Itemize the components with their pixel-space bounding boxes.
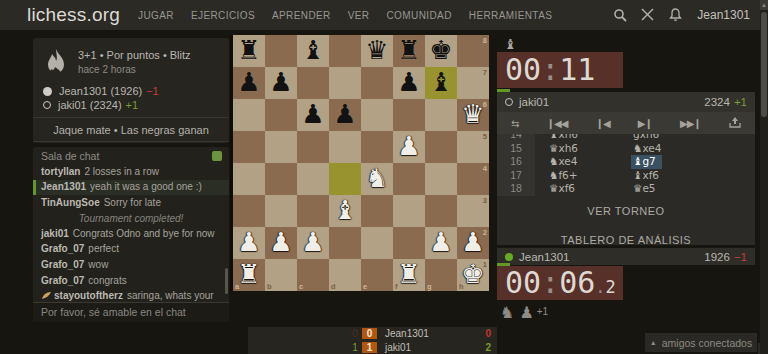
- square-d1[interactable]: d: [329, 259, 361, 291]
- crosstable-current-game[interactable]: 0: [362, 328, 377, 339]
- square-a3[interactable]: [233, 195, 265, 227]
- chat-text: 2 losses in a row: [84, 166, 158, 177]
- chat-text: wow: [88, 259, 108, 270]
- square-g3[interactable]: [425, 195, 457, 227]
- move-black[interactable]: ♞xe4: [627, 142, 755, 156]
- move-row: 17♞f6+♝xf6: [497, 169, 755, 183]
- black-player-link[interactable]: jaki01 (2324): [58, 99, 122, 111]
- captured-pieces-top: ♝: [504, 36, 517, 52]
- rank-label: 7: [483, 68, 487, 77]
- chat-message: Grafo_07wow: [33, 257, 229, 273]
- square-b3[interactable]: [265, 195, 297, 227]
- piece-black-queen: ♛: [361, 35, 393, 67]
- move-number: 14: [497, 134, 535, 142]
- move-row: 16♞xe4♝g7: [497, 155, 755, 169]
- chat-username[interactable]: stayoutoftherz: [54, 290, 123, 301]
- move-black[interactable]: gxh6: [627, 134, 755, 142]
- square-d4[interactable]: [329, 163, 361, 195]
- square-b5[interactable]: [265, 131, 297, 163]
- chat-input[interactable]: Por favor, sé amable en el chat: [33, 302, 229, 322]
- username-menu[interactable]: Jean1301: [697, 8, 750, 22]
- square-g5[interactable]: [425, 131, 457, 163]
- move-number: 16: [497, 155, 535, 169]
- file-label: g: [427, 282, 432, 291]
- move-white[interactable]: ♞f6+: [535, 169, 627, 183]
- flip-board-icon[interactable]: ⇆: [511, 118, 518, 129]
- square-a4[interactable]: [233, 163, 265, 195]
- game-result-text: Jaque mate • Las negras ganan: [33, 118, 229, 141]
- rank-label: 5: [483, 132, 487, 141]
- chat-scrollbar[interactable]: [225, 268, 228, 294]
- crosstable-prev-game[interactable]: 0: [348, 328, 362, 339]
- square-g4[interactable]: [425, 163, 457, 195]
- move-number: 15: [497, 142, 535, 156]
- piece-black-pawn: ♟: [393, 67, 425, 99]
- piece-white-pawn: ♟: [233, 227, 265, 259]
- nav-item-ver[interactable]: VER: [348, 10, 370, 21]
- square-e8[interactable]: ♛: [361, 35, 393, 67]
- square-f5[interactable]: ♟: [393, 131, 425, 163]
- chat-message: Grafo_07congrats: [33, 273, 229, 289]
- chat-username[interactable]: TinAungSoe: [41, 197, 100, 208]
- friends-online-label: amigos conectados: [662, 337, 752, 349]
- move-black[interactable]: ♝g7: [627, 155, 755, 169]
- white-color-icon: [43, 87, 52, 96]
- nav-right: Jean1301: [613, 0, 750, 30]
- crosstable-current-game[interactable]: 1: [362, 342, 377, 353]
- chat-system-message: Tournament completed!: [33, 211, 229, 226]
- crosstable-row: 11jaki012: [248, 341, 497, 354]
- black-rating-delta: +1: [126, 99, 139, 111]
- square-a1[interactable]: ♜a: [233, 259, 265, 291]
- piece-black-bishop: ♝: [425, 67, 457, 99]
- move-number: 17: [497, 169, 535, 183]
- square-e5[interactable]: [361, 131, 393, 163]
- square-d7[interactable]: [329, 67, 361, 99]
- rank-label: 4: [483, 164, 487, 173]
- game-time-ago: hace 2 horas: [78, 61, 191, 75]
- square-b1[interactable]: b: [265, 259, 297, 291]
- file-label: d: [331, 282, 336, 291]
- black-player-row: jaki01 (2324) +1: [43, 98, 219, 112]
- square-e4[interactable]: ♞: [361, 163, 393, 195]
- black-side-icon: [505, 98, 513, 106]
- square-h7[interactable]: 7: [457, 67, 489, 99]
- challenge-icon[interactable]: [641, 8, 655, 22]
- crosstable: 00Jean1301011jaki012: [248, 327, 497, 354]
- chat-username[interactable]: Jean1301: [41, 181, 86, 192]
- white-delta: −1: [734, 251, 747, 263]
- white-player-bar: Jean1301 1926 −1: [497, 248, 755, 265]
- scrollbar-thumb[interactable]: [761, 12, 767, 117]
- chat-message: stayoutoftherzsaringa, whats your Hive n…: [33, 289, 229, 302]
- crosstable-player-name[interactable]: Jean1301: [385, 328, 473, 339]
- square-h6[interactable]: ♛6: [457, 99, 489, 131]
- piece-black-king: ♚: [425, 35, 457, 67]
- chat-username[interactable]: tortyllan: [41, 166, 80, 177]
- square-f3[interactable]: [393, 195, 425, 227]
- square-a7[interactable]: ♟: [233, 67, 265, 99]
- square-c8[interactable]: ♝: [297, 35, 329, 67]
- game-meta-panel: 3+1 • Por puntos • Blitz hace 2 horas Je…: [33, 38, 229, 143]
- black-delta: +1: [734, 96, 747, 108]
- move-row: 14♝xh6gxh6: [497, 134, 755, 142]
- rank-label: 3: [483, 196, 487, 205]
- black-rating: 2324: [704, 96, 730, 108]
- rank-label: 6: [483, 100, 487, 109]
- chat-username[interactable]: Grafo_07: [41, 243, 84, 254]
- move-row: 15♛xh6♞xe4: [497, 142, 755, 156]
- clock-black: 00:11: [497, 52, 623, 88]
- game-side-panel: jaki01 2324 +1 ⇆ ❙◀◀ ❙◀ ▶❙ ▶▶❙ 14♝xh6gxh…: [497, 92, 755, 245]
- move-black[interactable]: ♛e5: [627, 182, 755, 196]
- square-c2[interactable]: ♟: [297, 227, 329, 259]
- captured-pieces-bottom: ♞ ♟+1: [500, 303, 548, 322]
- square-e2[interactable]: [361, 227, 393, 259]
- chat-username[interactable]: jaki01: [41, 228, 69, 239]
- chess-board: ♜♝♛♜♚8♟♟♟♝7♟♟♛6♟5♞4♝3♟♟♟♟♟2♜abcde♜fg♚1h: [233, 35, 489, 291]
- square-f2[interactable]: [393, 227, 425, 259]
- chat-username[interactable]: Grafo_07: [41, 275, 84, 286]
- square-b6[interactable]: [265, 99, 297, 131]
- rank-label: 2: [483, 228, 487, 237]
- square-b8[interactable]: [265, 35, 297, 67]
- feather-icon: [41, 291, 52, 300]
- nav-item-ejercicios[interactable]: EJERCICIOS: [191, 10, 255, 21]
- prev-move-icon[interactable]: ❙◀: [596, 118, 610, 129]
- chat-message: Jean1301yeah it was a good one :): [33, 180, 229, 196]
- expand-up-icon: ▲: [650, 339, 657, 346]
- piece-white-knight: ♞: [361, 163, 393, 195]
- black-player-bar: jaki01 2324 +1: [497, 92, 755, 112]
- white-player-link[interactable]: Jean1301 (1926): [59, 85, 142, 97]
- move-white[interactable]: ♞xe4: [535, 155, 627, 169]
- search-icon[interactable]: [613, 8, 627, 22]
- nav-item-comunidad[interactable]: COMUNIDAD: [387, 10, 452, 21]
- square-a5[interactable]: [233, 131, 265, 163]
- piece-black-pawn: ♟: [297, 99, 329, 131]
- square-h4[interactable]: 4: [457, 163, 489, 195]
- online-dot-icon: [505, 253, 513, 261]
- square-f4[interactable]: [393, 163, 425, 195]
- nav-item-herramientas[interactable]: HERRAMIENTAS: [469, 10, 553, 21]
- chat-message: tortyllan2 losses in a row: [33, 164, 229, 180]
- crosstable-total: 0: [473, 328, 491, 339]
- square-e3[interactable]: [361, 195, 393, 227]
- square-h8[interactable]: 8: [457, 35, 489, 67]
- square-c1[interactable]: c: [297, 259, 329, 291]
- chat-message: TinAungSoeSorry for late: [33, 195, 229, 211]
- square-c3[interactable]: [297, 195, 329, 227]
- bell-icon[interactable]: [669, 8, 683, 22]
- move-white[interactable]: ♛xf6: [535, 182, 627, 196]
- piece-white-pawn: ♟: [297, 227, 329, 259]
- main-menu: JUGAR EJERCICIOS APRENDER VER COMUNIDAD …: [138, 10, 552, 21]
- piece-black-rook: ♜: [233, 35, 265, 67]
- square-h1[interactable]: ♚1h: [457, 259, 489, 291]
- blitz-flame-icon: [43, 48, 69, 78]
- square-d2[interactable]: [329, 227, 361, 259]
- chat-text: congrats: [88, 275, 126, 286]
- game-setup-label: 3+1 • Por puntos • Blitz: [78, 46, 191, 61]
- analysis-request-icon[interactable]: [729, 116, 741, 130]
- chat-text: Sorry for late: [104, 197, 161, 208]
- lichess-game-page: lichess.org JUGAR EJERCICIOS APRENDER VE…: [0, 0, 768, 354]
- square-b7[interactable]: ♟: [265, 67, 297, 99]
- chat-text: yeah it was a good one :): [90, 181, 202, 192]
- square-c4[interactable]: [297, 163, 329, 195]
- crosstable-player-name[interactable]: jaki01: [385, 342, 473, 353]
- chat-messages: tortyllan2 losses in a rowJean1301yeah i…: [33, 164, 229, 302]
- move-number: 18: [497, 182, 535, 196]
- square-d5[interactable]: [329, 131, 361, 163]
- file-label: h: [459, 282, 464, 291]
- black-player-name[interactable]: jaki01: [519, 96, 549, 108]
- square-f6[interactable]: [393, 99, 425, 131]
- square-g6[interactable]: [425, 99, 457, 131]
- chat-text: Congrats Odno and bye for now: [73, 228, 215, 239]
- square-c7[interactable]: [297, 67, 329, 99]
- square-e1[interactable]: e: [361, 259, 393, 291]
- black-color-icon: [43, 101, 51, 109]
- white-rating: 1926: [704, 251, 730, 263]
- white-player-name[interactable]: Jean1301: [519, 251, 570, 263]
- move-row: 18♛xf6♛e5: [497, 182, 755, 196]
- file-label: e: [363, 282, 367, 291]
- square-h5[interactable]: 5: [457, 131, 489, 163]
- piece-black-pawn: ♟: [233, 67, 265, 99]
- square-b2[interactable]: ♟: [265, 227, 297, 259]
- crosstable-total: 2: [473, 342, 491, 353]
- square-g8[interactable]: ♚: [425, 35, 457, 67]
- square-h3[interactable]: 3: [457, 195, 489, 227]
- piece-black-bishop: ♝: [297, 35, 329, 67]
- view-tournament-button[interactable]: VER TORNEO: [497, 196, 755, 225]
- piece-black-pawn: ♟: [265, 67, 297, 99]
- square-d6[interactable]: ♟: [329, 99, 361, 131]
- top-nav: lichess.org JUGAR EJERCICIOS APRENDER VE…: [0, 0, 768, 30]
- square-d3[interactable]: ♝: [329, 195, 361, 227]
- move-nav-toolbar: ⇆ ❙◀◀ ❙◀ ▶❙ ▶▶❙: [497, 112, 755, 134]
- chat-title: Sala de chat: [41, 150, 99, 162]
- rank-label: 1: [483, 260, 487, 269]
- piece-white-pawn: ♟: [425, 227, 457, 259]
- file-label: c: [299, 282, 303, 291]
- chat-panel: Sala de chat tortyllan2 losses in a rowJ…: [33, 147, 229, 322]
- chat-text: perfect: [88, 243, 119, 254]
- piece-white-pawn: ♟: [393, 131, 425, 163]
- chat-toggle[interactable]: [212, 151, 222, 161]
- square-e7[interactable]: [361, 67, 393, 99]
- scroll-up-icon[interactable]: ▲: [760, 0, 768, 10]
- square-b4[interactable]: [265, 163, 297, 195]
- friends-online-bar[interactable]: ▲ amigos conectados: [645, 333, 757, 352]
- square-f1[interactable]: ♜f: [393, 259, 425, 291]
- rank-label: 8: [483, 36, 487, 45]
- square-g7[interactable]: ♝: [425, 67, 457, 99]
- first-move-icon[interactable]: ❙◀◀: [547, 118, 568, 129]
- file-label: b: [267, 282, 272, 291]
- move-list: 14♝xh6gxh615♛xh6♞xe416♞xe4♝g717♞f6+♝xf61…: [497, 134, 755, 196]
- clock-white: 00:06.2: [497, 266, 623, 300]
- white-player-row: Jean1301 (1926) −1: [43, 84, 219, 98]
- lichess-logo[interactable]: lichess.org: [27, 4, 120, 26]
- square-a8[interactable]: ♜: [233, 35, 265, 67]
- file-label: f: [395, 282, 398, 291]
- nav-item-jugar[interactable]: JUGAR: [138, 10, 174, 21]
- piece-white-bishop: ♝: [329, 195, 361, 227]
- piece-white-pawn: ♟: [265, 227, 297, 259]
- page-scrollbar: ▲: [760, 0, 768, 354]
- square-e6[interactable]: [361, 99, 393, 131]
- square-c5[interactable]: [297, 131, 329, 163]
- white-rating-delta: −1: [146, 85, 159, 97]
- move-white[interactable]: ♝xh6: [535, 134, 627, 142]
- square-d8[interactable]: [329, 35, 361, 67]
- piece-black-pawn: ♟: [329, 99, 361, 131]
- material-advantage: +1: [537, 306, 548, 317]
- piece-black-rook: ♜: [393, 35, 425, 67]
- move-white[interactable]: ♛xh6: [535, 142, 627, 156]
- nav-item-aprender[interactable]: APRENDER: [272, 10, 331, 21]
- crosstable-row: 00Jean13010: [248, 327, 497, 341]
- chat-message: Grafo_07perfect: [33, 242, 229, 258]
- square-f7[interactable]: ♟: [393, 67, 425, 99]
- square-a6[interactable]: [233, 99, 265, 131]
- square-f8[interactable]: ♜: [393, 35, 425, 67]
- move-black[interactable]: ♝xf6: [627, 169, 755, 183]
- square-g2[interactable]: ♟: [425, 227, 457, 259]
- chat-message: jaki01Congrats Odno and bye for now: [33, 226, 229, 242]
- last-move-icon[interactable]: ▶▶❙: [680, 118, 701, 129]
- chat-username[interactable]: Grafo_07: [41, 259, 84, 270]
- crosstable-prev-game[interactable]: 1: [348, 342, 362, 353]
- file-label: a: [235, 282, 239, 291]
- square-h2[interactable]: ♟2: [457, 227, 489, 259]
- square-g1[interactable]: g: [425, 259, 457, 291]
- square-c6[interactable]: ♟: [297, 99, 329, 131]
- square-a2[interactable]: ♟: [233, 227, 265, 259]
- next-move-icon[interactable]: ▶❙: [638, 118, 652, 129]
